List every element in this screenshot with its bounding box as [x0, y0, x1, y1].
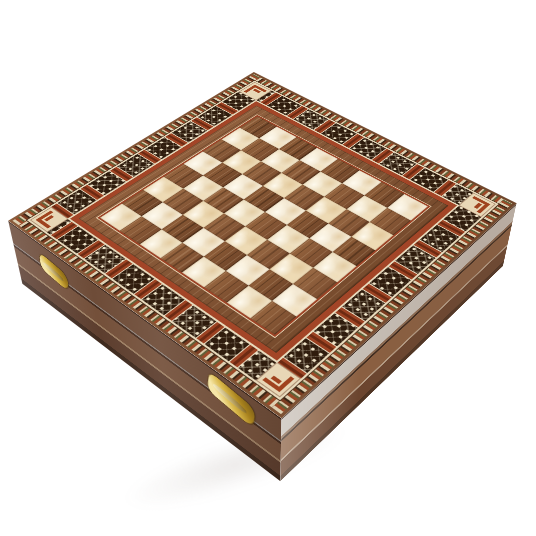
square-b2[interactable]: [249, 269, 293, 301]
chess-board-box: [8, 72, 516, 418]
square-f2[interactable]: [328, 209, 369, 237]
square-e2[interactable]: [309, 223, 351, 251]
square-e3[interactable]: [287, 211, 328, 239]
photo-background: [0, 0, 536, 536]
scene: [0, 0, 536, 536]
